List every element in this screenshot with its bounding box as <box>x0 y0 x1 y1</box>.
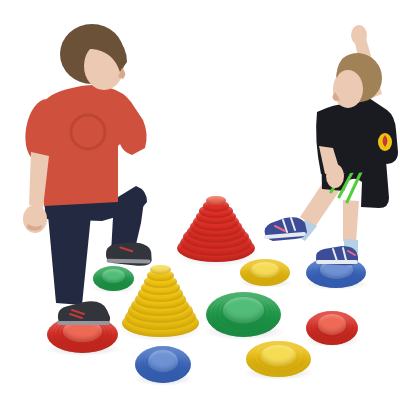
boy-right-fist <box>351 25 367 45</box>
boy-right-sleeve-logo <box>378 133 392 151</box>
boy-left-shirt <box>39 85 147 206</box>
boy-right <box>255 20 400 280</box>
boy-right-standing-shoe <box>316 246 358 265</box>
boy-right-hand <box>326 164 344 188</box>
boy-right-forward-shoe <box>265 217 307 241</box>
boy-left-standing-shoe <box>58 301 110 325</box>
boy-right-standing-leg <box>343 200 359 242</box>
figures-layer <box>0 0 400 400</box>
boy-left <box>10 18 160 330</box>
boy-left-standing-leg <box>48 215 91 305</box>
scene <box>0 0 400 400</box>
